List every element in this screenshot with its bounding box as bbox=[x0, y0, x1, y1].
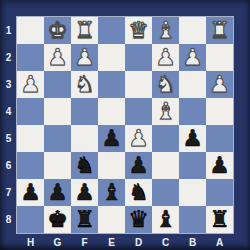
square-e7[interactable]: ♝ bbox=[98, 179, 125, 206]
square-f1[interactable]: ♜ bbox=[71, 17, 98, 44]
square-b4[interactable] bbox=[179, 98, 206, 125]
black-pawn-piece: ♟ bbox=[20, 179, 41, 206]
rank-label-5: 5 bbox=[0, 125, 17, 152]
square-a1[interactable]: ♜ bbox=[206, 17, 233, 44]
black-pawn-piece: ♟ bbox=[101, 125, 122, 152]
white-bishop-piece: ♝ bbox=[155, 17, 176, 44]
file-label-b: B bbox=[179, 233, 206, 250]
white-pawn-piece: ♟ bbox=[20, 71, 41, 98]
chess-board: ♚♜♛♝♜♟♟♟♟♟♞♞♟♝♟♟♟♞♟♟♟♟♟♝♞♚♜♛♝♜ bbox=[17, 17, 233, 233]
white-rook-piece: ♜ bbox=[209, 17, 230, 44]
square-h7[interactable]: ♟ bbox=[17, 179, 44, 206]
square-b3[interactable] bbox=[179, 71, 206, 98]
rank-label-3: 3 bbox=[0, 71, 17, 98]
black-pawn-piece: ♟ bbox=[74, 179, 95, 206]
white-pawn-piece: ♟ bbox=[209, 71, 230, 98]
square-d2[interactable] bbox=[125, 44, 152, 71]
white-knight-piece: ♞ bbox=[74, 71, 95, 98]
square-e4[interactable] bbox=[98, 98, 125, 125]
square-h1[interactable] bbox=[17, 17, 44, 44]
rank-label-8: 8 bbox=[0, 206, 17, 233]
file-label-a: A bbox=[206, 233, 233, 250]
square-d5[interactable]: ♟ bbox=[125, 125, 152, 152]
black-bishop-piece: ♝ bbox=[101, 179, 122, 206]
file-labels: HGFEDCBA bbox=[17, 233, 233, 250]
rank-label-7: 7 bbox=[0, 179, 17, 206]
square-d4[interactable] bbox=[125, 98, 152, 125]
square-h4[interactable] bbox=[17, 98, 44, 125]
square-e8[interactable] bbox=[98, 206, 125, 233]
square-g7[interactable]: ♟ bbox=[44, 179, 71, 206]
white-pawn-piece: ♟ bbox=[74, 44, 95, 71]
square-h3[interactable]: ♟ bbox=[17, 71, 44, 98]
square-c8[interactable]: ♝ bbox=[152, 206, 179, 233]
square-a4[interactable] bbox=[206, 98, 233, 125]
black-knight-piece: ♞ bbox=[128, 179, 149, 206]
square-h2[interactable] bbox=[17, 44, 44, 71]
rank-label-4: 4 bbox=[0, 98, 17, 125]
square-c5[interactable] bbox=[152, 125, 179, 152]
square-a6[interactable]: ♟ bbox=[206, 152, 233, 179]
square-e5[interactable]: ♟ bbox=[98, 125, 125, 152]
square-c7[interactable] bbox=[152, 179, 179, 206]
square-b8[interactable] bbox=[179, 206, 206, 233]
file-label-c: C bbox=[152, 233, 179, 250]
white-knight-piece: ♞ bbox=[155, 71, 176, 98]
square-e2[interactable] bbox=[98, 44, 125, 71]
white-pawn-piece: ♟ bbox=[47, 44, 68, 71]
square-d7[interactable]: ♞ bbox=[125, 179, 152, 206]
square-d6[interactable]: ♟ bbox=[125, 152, 152, 179]
square-f8[interactable]: ♜ bbox=[71, 206, 98, 233]
square-f3[interactable]: ♞ bbox=[71, 71, 98, 98]
file-label-h: H bbox=[17, 233, 44, 250]
square-g3[interactable] bbox=[44, 71, 71, 98]
white-rook-piece: ♜ bbox=[74, 17, 95, 44]
square-f4[interactable] bbox=[71, 98, 98, 125]
square-f2[interactable]: ♟ bbox=[71, 44, 98, 71]
file-label-f: F bbox=[71, 233, 98, 250]
black-knight-piece: ♞ bbox=[74, 152, 95, 179]
square-f6[interactable]: ♞ bbox=[71, 152, 98, 179]
black-pawn-piece: ♟ bbox=[47, 179, 68, 206]
rank-labels: 12345678 bbox=[0, 17, 17, 233]
square-g6[interactable] bbox=[44, 152, 71, 179]
rank-label-6: 6 bbox=[0, 152, 17, 179]
square-b2[interactable]: ♟ bbox=[179, 44, 206, 71]
square-b7[interactable] bbox=[179, 179, 206, 206]
black-rook-piece: ♜ bbox=[209, 206, 230, 233]
square-c4[interactable]: ♝ bbox=[152, 98, 179, 125]
white-king-piece: ♚ bbox=[47, 17, 68, 44]
square-a3[interactable]: ♟ bbox=[206, 71, 233, 98]
black-rook-piece: ♜ bbox=[74, 206, 95, 233]
square-b1[interactable] bbox=[179, 17, 206, 44]
file-label-d: D bbox=[125, 233, 152, 250]
white-queen-piece: ♛ bbox=[128, 17, 149, 44]
square-a7[interactable] bbox=[206, 179, 233, 206]
square-g8[interactable]: ♚ bbox=[44, 206, 71, 233]
white-bishop-piece: ♝ bbox=[155, 98, 176, 125]
square-g1[interactable]: ♚ bbox=[44, 17, 71, 44]
rank-label-2: 2 bbox=[0, 44, 17, 71]
white-pawn-piece: ♟ bbox=[128, 125, 149, 152]
square-a8[interactable]: ♜ bbox=[206, 206, 233, 233]
black-pawn-piece: ♟ bbox=[182, 125, 203, 152]
square-d3[interactable] bbox=[125, 71, 152, 98]
square-c1[interactable]: ♝ bbox=[152, 17, 179, 44]
square-e6[interactable] bbox=[98, 152, 125, 179]
square-h8[interactable] bbox=[17, 206, 44, 233]
square-d8[interactable]: ♛ bbox=[125, 206, 152, 233]
square-d1[interactable]: ♛ bbox=[125, 17, 152, 44]
square-b6[interactable] bbox=[179, 152, 206, 179]
file-label-e: E bbox=[98, 233, 125, 250]
black-queen-piece: ♛ bbox=[128, 206, 149, 233]
square-e3[interactable] bbox=[98, 71, 125, 98]
rank-label-1: 1 bbox=[0, 17, 17, 44]
square-h5[interactable] bbox=[17, 125, 44, 152]
square-b5[interactable]: ♟ bbox=[179, 125, 206, 152]
square-c6[interactable] bbox=[152, 152, 179, 179]
square-a2[interactable] bbox=[206, 44, 233, 71]
square-c3[interactable]: ♞ bbox=[152, 71, 179, 98]
square-g4[interactable] bbox=[44, 98, 71, 125]
square-f5[interactable] bbox=[71, 125, 98, 152]
square-g2[interactable]: ♟ bbox=[44, 44, 71, 71]
black-pawn-piece: ♟ bbox=[209, 152, 230, 179]
file-label-g: G bbox=[44, 233, 71, 250]
chess-board-frame: 12345678 ♚♜♛♝♜♟♟♟♟♟♞♞♟♝♟♟♟♞♟♟♟♟♟♝♞♚♜♛♝♜ … bbox=[0, 0, 250, 250]
square-h6[interactable] bbox=[17, 152, 44, 179]
black-pawn-piece: ♟ bbox=[128, 152, 149, 179]
square-a5[interactable] bbox=[206, 125, 233, 152]
black-bishop-piece: ♝ bbox=[155, 206, 176, 233]
white-pawn-piece: ♟ bbox=[155, 44, 176, 71]
square-c2[interactable]: ♟ bbox=[152, 44, 179, 71]
square-e1[interactable] bbox=[98, 17, 125, 44]
white-pawn-piece: ♟ bbox=[182, 44, 203, 71]
square-f7[interactable]: ♟ bbox=[71, 179, 98, 206]
black-king-piece: ♚ bbox=[47, 206, 68, 233]
square-g5[interactable] bbox=[44, 125, 71, 152]
